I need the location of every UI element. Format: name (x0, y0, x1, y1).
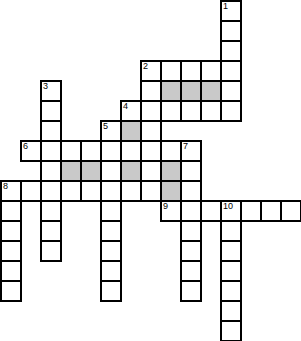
grid-cell[interactable] (141, 101, 161, 121)
grid-cell[interactable] (1, 201, 21, 221)
grid-cell[interactable] (1, 261, 21, 281)
grid-cell[interactable]: 7 (181, 141, 201, 161)
grid-cell[interactable] (161, 141, 181, 161)
grid-cell[interactable] (41, 161, 61, 181)
grid-cell[interactable] (221, 281, 241, 301)
grid-cell[interactable] (201, 101, 221, 121)
grid-cell[interactable] (81, 181, 101, 201)
grid-cell[interactable] (1, 281, 21, 301)
grid-cell[interactable] (161, 101, 181, 121)
grid-cell[interactable] (141, 121, 161, 141)
grid-cell[interactable] (261, 201, 281, 221)
grid-cell[interactable] (221, 61, 241, 81)
grid-cell[interactable] (121, 141, 141, 161)
grid-cell[interactable] (161, 61, 181, 81)
grid-cell[interactable] (101, 221, 121, 241)
grid-cell[interactable] (41, 221, 61, 241)
grid-cell[interactable] (221, 321, 241, 341)
grid-cell[interactable] (61, 141, 81, 161)
grid-cell[interactable] (181, 241, 201, 261)
grid-cell[interactable] (181, 221, 201, 241)
grid-cell[interactable]: 10 (221, 201, 241, 221)
crossword-board: 12345678910 (0, 0, 301, 341)
grid-cell[interactable] (41, 121, 61, 141)
grid-cell[interactable] (1, 221, 21, 241)
clue-number: 2 (143, 61, 148, 71)
grid-cell[interactable] (41, 241, 61, 261)
grid-cell[interactable] (281, 201, 301, 221)
grid-cell[interactable] (201, 61, 221, 81)
grid-cell[interactable] (221, 101, 241, 121)
grid-cell-shaded[interactable] (181, 81, 201, 101)
grid-cell[interactable] (201, 201, 221, 221)
grid-cell[interactable] (181, 261, 201, 281)
grid-cell[interactable]: 9 (161, 201, 181, 221)
grid-cell[interactable] (101, 201, 121, 221)
grid-cell-shaded[interactable] (61, 161, 81, 181)
grid-cell-shaded[interactable] (81, 161, 101, 181)
grid-cell[interactable] (181, 161, 201, 181)
grid-cell[interactable] (101, 181, 121, 201)
clue-number: 8 (3, 181, 8, 191)
clue-number: 9 (163, 201, 168, 211)
grid-cell[interactable] (101, 261, 121, 281)
grid-cell[interactable] (181, 201, 201, 221)
grid-cell[interactable] (101, 281, 121, 301)
grid-cell[interactable] (41, 181, 61, 201)
clue-number: 7 (183, 141, 188, 151)
grid-cell-shaded[interactable] (121, 161, 141, 181)
grid-cell[interactable]: 4 (121, 101, 141, 121)
grid-cell[interactable] (81, 141, 101, 161)
grid-cell[interactable]: 5 (101, 121, 121, 141)
grid-cell[interactable] (221, 21, 241, 41)
grid-cell[interactable] (181, 101, 201, 121)
grid-cell[interactable]: 3 (41, 81, 61, 101)
grid-cell[interactable] (1, 241, 21, 261)
grid-cell[interactable] (101, 161, 121, 181)
clue-number: 3 (43, 81, 48, 91)
grid-cell[interactable] (41, 101, 61, 121)
grid-cell[interactable]: 6 (21, 141, 41, 161)
grid-cell[interactable] (181, 181, 201, 201)
grid-cell-shaded[interactable] (161, 81, 181, 101)
grid-cell[interactable]: 2 (141, 61, 161, 81)
grid-cell[interactable] (181, 281, 201, 301)
clue-number: 10 (223, 201, 233, 211)
grid-cell[interactable] (141, 81, 161, 101)
grid-cell[interactable] (141, 141, 161, 161)
grid-cell[interactable] (101, 241, 121, 261)
grid-cell[interactable] (221, 301, 241, 321)
grid-cell[interactable]: 1 (221, 1, 241, 21)
grid-cell[interactable] (141, 181, 161, 201)
grid-cell[interactable] (141, 161, 161, 181)
grid-cell-shaded[interactable] (161, 181, 181, 201)
grid-cell[interactable] (221, 241, 241, 261)
clue-number: 4 (123, 101, 128, 111)
grid-cell[interactable] (221, 41, 241, 61)
grid-cell-shaded[interactable] (121, 121, 141, 141)
grid-cell[interactable] (21, 181, 41, 201)
grid-cell[interactable] (41, 201, 61, 221)
clue-number: 1 (223, 1, 228, 11)
grid-cell[interactable] (181, 61, 201, 81)
grid-cell[interactable] (241, 201, 261, 221)
grid-cell[interactable] (41, 141, 61, 161)
grid-cell[interactable] (101, 141, 121, 161)
grid-cell[interactable] (221, 221, 241, 241)
grid-cell[interactable] (121, 181, 141, 201)
grid-cell[interactable] (221, 81, 241, 101)
grid-cell[interactable] (221, 261, 241, 281)
clue-number: 5 (103, 121, 108, 131)
grid-cell[interactable]: 8 (1, 181, 21, 201)
clue-number: 6 (23, 141, 28, 151)
grid-cell-shaded[interactable] (201, 81, 221, 101)
grid-cell[interactable] (61, 181, 81, 201)
grid-cell-shaded[interactable] (161, 161, 181, 181)
